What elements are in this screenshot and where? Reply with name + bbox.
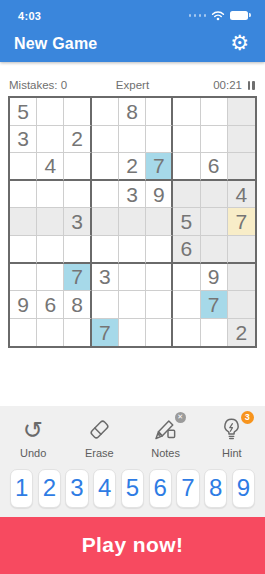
cell-r5c4[interactable] xyxy=(92,208,119,236)
cell-r7c2[interactable] xyxy=(37,264,64,292)
cell-r6c4[interactable] xyxy=(92,236,119,264)
cell-r2c5[interactable] xyxy=(119,126,146,154)
numpad-7[interactable]: 7 xyxy=(176,469,199,508)
eraser-icon xyxy=(86,416,113,443)
cell-r8c2[interactable]: 6 xyxy=(37,291,64,319)
spacer xyxy=(0,348,265,405)
numpad-1[interactable]: 1 xyxy=(10,469,33,508)
cell-r2c1[interactable]: 3 xyxy=(10,126,37,154)
play-now-label: Play now! xyxy=(82,533,184,557)
cell-r8c6[interactable] xyxy=(146,291,173,319)
cell-r1c4[interactable] xyxy=(92,98,119,126)
cell-r4c8[interactable] xyxy=(201,181,228,209)
status-bar: 4:03 xyxy=(0,9,265,22)
notes-off-badge: ✕ xyxy=(175,412,186,423)
board: 583242763943576739968772 xyxy=(8,96,257,348)
cell-r8c4[interactable] xyxy=(92,291,119,319)
cell-r9c7[interactable] xyxy=(173,319,200,347)
cell-r7c5[interactable] xyxy=(119,264,146,292)
difficulty-label: Expert xyxy=(91,79,173,91)
cell-r2c3[interactable]: 2 xyxy=(64,126,91,154)
cell-r7c4[interactable]: 3 xyxy=(92,264,119,292)
cell-r4c4[interactable] xyxy=(92,181,119,209)
bottom-panel: ↺ Undo Erase xyxy=(0,406,265,517)
cell-r3c3[interactable] xyxy=(64,153,91,181)
wifi-icon xyxy=(211,10,225,21)
settings-gear-icon[interactable]: ⚙ xyxy=(230,33,249,54)
erase-button[interactable]: Erase xyxy=(66,416,132,459)
timer: 00:21 xyxy=(213,79,242,91)
cell-r4c6[interactable]: 9 xyxy=(146,181,173,209)
cell-r4c1[interactable] xyxy=(10,181,37,209)
cell-r6c2[interactable] xyxy=(37,236,64,264)
cell-r4c3[interactable] xyxy=(64,181,91,209)
cell-r2c2[interactable] xyxy=(37,126,64,154)
cell-r8c5[interactable] xyxy=(119,291,146,319)
erase-label: Erase xyxy=(85,447,114,459)
cell-r6c5[interactable] xyxy=(119,236,146,264)
cell-r5c1[interactable] xyxy=(10,208,37,236)
cell-r3c4[interactable] xyxy=(92,153,119,181)
cell-r2c7[interactable] xyxy=(173,126,200,154)
cell-r7c1[interactable] xyxy=(10,264,37,292)
numpad-5[interactable]: 5 xyxy=(121,469,144,508)
numpad-8[interactable]: 8 xyxy=(204,469,227,508)
cell-r5c6[interactable] xyxy=(146,208,173,236)
mistakes-counter: Mistakes: 0 xyxy=(9,79,91,91)
cell-r1c3[interactable] xyxy=(64,98,91,126)
cell-r4c7[interactable] xyxy=(173,181,200,209)
cell-r2c9[interactable] xyxy=(228,126,255,154)
sudoku-app-screen: 4:03 New Game ⚙ Mistakes: 0 Expert 00:21 xyxy=(0,0,265,574)
cell-r3c1[interactable] xyxy=(10,153,37,181)
undo-label: Undo xyxy=(20,447,46,459)
undo-icon: ↺ xyxy=(23,416,43,444)
clock: 4:03 xyxy=(18,10,41,22)
cell-r8c3[interactable]: 8 xyxy=(64,291,91,319)
cell-r6c1[interactable] xyxy=(10,236,37,264)
cell-r6c9[interactable] xyxy=(228,236,255,264)
cell-r6c6[interactable] xyxy=(146,236,173,264)
numpad-6[interactable]: 6 xyxy=(149,469,172,508)
pause-icon[interactable] xyxy=(247,80,256,91)
cell-r4c5[interactable]: 3 xyxy=(119,181,146,209)
cell-r1c8[interactable] xyxy=(201,98,228,126)
game-info-bar: Mistakes: 0 Expert 00:21 xyxy=(0,62,265,96)
cell-r3c8[interactable]: 6 xyxy=(201,153,228,181)
hint-button[interactable]: 3 Hint xyxy=(199,416,265,459)
numpad-4[interactable]: 4 xyxy=(93,469,116,508)
numpad-2[interactable]: 2 xyxy=(38,469,61,508)
cell-r9c6[interactable] xyxy=(146,319,173,347)
cell-r9c9[interactable]: 2 xyxy=(228,319,255,347)
cell-r8c8[interactable]: 7 xyxy=(201,291,228,319)
cell-r1c7[interactable] xyxy=(173,98,200,126)
cell-r7c6[interactable] xyxy=(146,264,173,292)
cell-r5c8[interactable] xyxy=(201,208,228,236)
cell-r7c9[interactable] xyxy=(228,264,255,292)
notes-label: Notes xyxy=(151,447,180,459)
page-title: New Game xyxy=(14,35,97,53)
number-pad: 123456789 xyxy=(0,459,265,508)
hint-count-badge: 3 xyxy=(241,411,254,424)
undo-button[interactable]: ↺ Undo xyxy=(0,416,66,459)
cell-r2c8[interactable] xyxy=(201,126,228,154)
cell-r8c9[interactable] xyxy=(228,291,255,319)
cell-r2c6[interactable] xyxy=(146,126,173,154)
play-now-banner[interactable]: Play now! xyxy=(0,517,265,574)
numpad-9[interactable]: 9 xyxy=(232,469,255,508)
toolbar: ↺ Undo Erase xyxy=(0,416,265,459)
cell-r2c4[interactable] xyxy=(92,126,119,154)
hint-label: Hint xyxy=(222,447,242,459)
cell-r5c9[interactable]: 7 xyxy=(228,208,255,236)
app-header: 4:03 New Game ⚙ xyxy=(0,0,265,62)
cell-r9c8[interactable] xyxy=(201,319,228,347)
cell-r6c3[interactable] xyxy=(64,236,91,264)
battery-icon xyxy=(230,11,248,20)
cell-r3c7[interactable] xyxy=(173,153,200,181)
cell-r1c1[interactable]: 5 xyxy=(10,98,37,126)
cell-r3c6[interactable]: 7 xyxy=(146,153,173,181)
cell-r5c7[interactable]: 5 xyxy=(173,208,200,236)
cell-r7c7[interactable] xyxy=(173,264,200,292)
cell-r3c5[interactable]: 2 xyxy=(119,153,146,181)
cell-r9c1[interactable] xyxy=(10,319,37,347)
cell-r9c5[interactable] xyxy=(119,319,146,347)
cell-r3c2[interactable]: 4 xyxy=(37,153,64,181)
numpad-3[interactable]: 3 xyxy=(65,469,88,508)
cell-r7c3[interactable]: 7 xyxy=(64,264,91,292)
cell-signal-icon xyxy=(189,14,207,17)
cell-r8c7[interactable] xyxy=(173,291,200,319)
cell-r6c8[interactable] xyxy=(201,236,228,264)
cell-r9c2[interactable] xyxy=(37,319,64,347)
cell-r9c3[interactable] xyxy=(64,319,91,347)
cell-r1c9[interactable] xyxy=(228,98,255,126)
cell-r8c1[interactable]: 9 xyxy=(10,291,37,319)
notes-button[interactable]: ✕ Notes xyxy=(133,416,199,459)
cell-r5c3[interactable]: 3 xyxy=(64,208,91,236)
cell-r1c2[interactable] xyxy=(37,98,64,126)
cell-r9c4[interactable]: 7 xyxy=(92,319,119,347)
cell-r1c6[interactable] xyxy=(146,98,173,126)
cell-r7c8[interactable]: 9 xyxy=(201,264,228,292)
cell-r5c2[interactable] xyxy=(37,208,64,236)
cell-r1c5[interactable]: 8 xyxy=(119,98,146,126)
cell-r4c2[interactable] xyxy=(37,181,64,209)
cell-r6c7[interactable]: 6 xyxy=(173,236,200,264)
cell-r3c9[interactable] xyxy=(228,153,255,181)
cell-r4c9[interactable]: 4 xyxy=(228,181,255,209)
cell-r5c5[interactable] xyxy=(119,208,146,236)
